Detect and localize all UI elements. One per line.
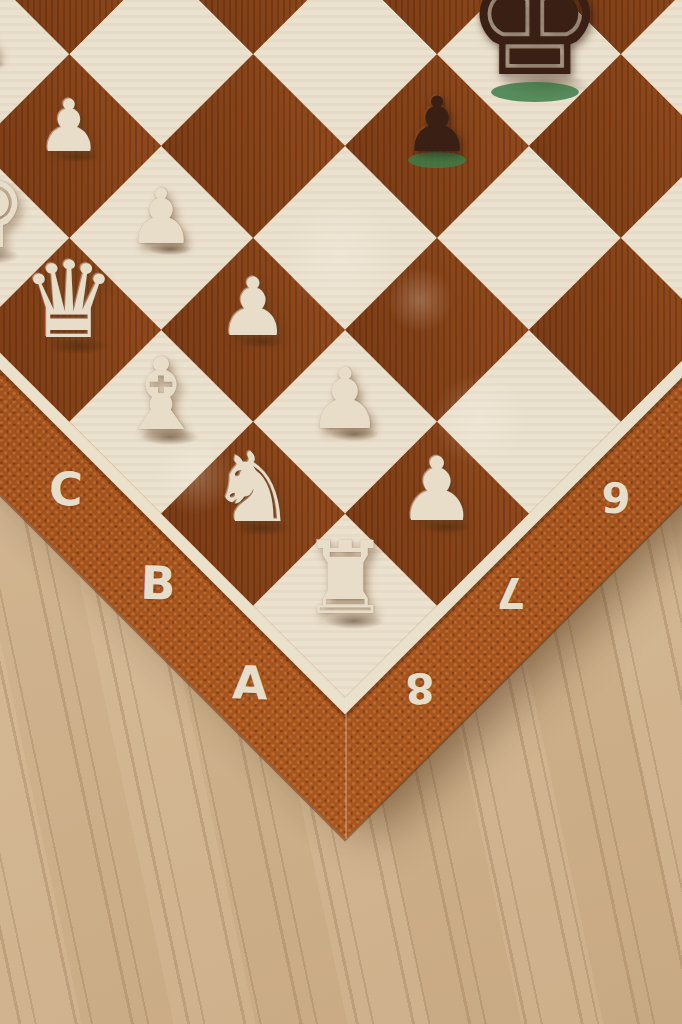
piece-white-bishop-c8[interactable]: ♝ <box>116 345 206 445</box>
coordinate-label-rank-8: 8 <box>405 663 436 713</box>
piece-layer: ♟♚♟♟♚♟♛♟♝♟♞♟♜CBA876 <box>0 0 682 1024</box>
photo-stage: ♟♚♟♟♚♟♛♟♝♟♞♟♜CBA876 <box>0 0 682 1024</box>
coordinate-label-file-C: C <box>48 461 84 516</box>
piece-white-pawn-d7[interactable]: ♟ <box>127 179 195 255</box>
coordinate-label-file-A: A <box>231 655 268 710</box>
piece-white-rook-a8[interactable]: ♜ <box>300 529 390 629</box>
piece-white-knight-b8[interactable]: ♞ <box>210 440 296 536</box>
coordinate-label-rank-7: 7 <box>496 568 525 617</box>
coordinate-label-rank-6: 6 <box>601 472 632 522</box>
piece-white-pawn-c7[interactable]: ♟ <box>217 268 289 348</box>
piece-black-pawn-c5[interactable]: ♟ <box>403 87 471 163</box>
piece-white-pawn-b7[interactable]: ♟ <box>307 357 382 441</box>
piece-black-king-c4[interactable]: ♚ <box>464 0 606 98</box>
piece-white-queen-d8[interactable]: ♛ <box>21 248 116 354</box>
piece-white-pawn-a7[interactable]: ♟ <box>398 446 477 534</box>
piece-white-pawn-f7[interactable]: ♟ <box>0 1 7 69</box>
coordinate-label-file-B: B <box>140 555 177 610</box>
wood-sheen <box>375 255 465 345</box>
piece-white-pawn-e7[interactable]: ♟ <box>37 90 102 162</box>
